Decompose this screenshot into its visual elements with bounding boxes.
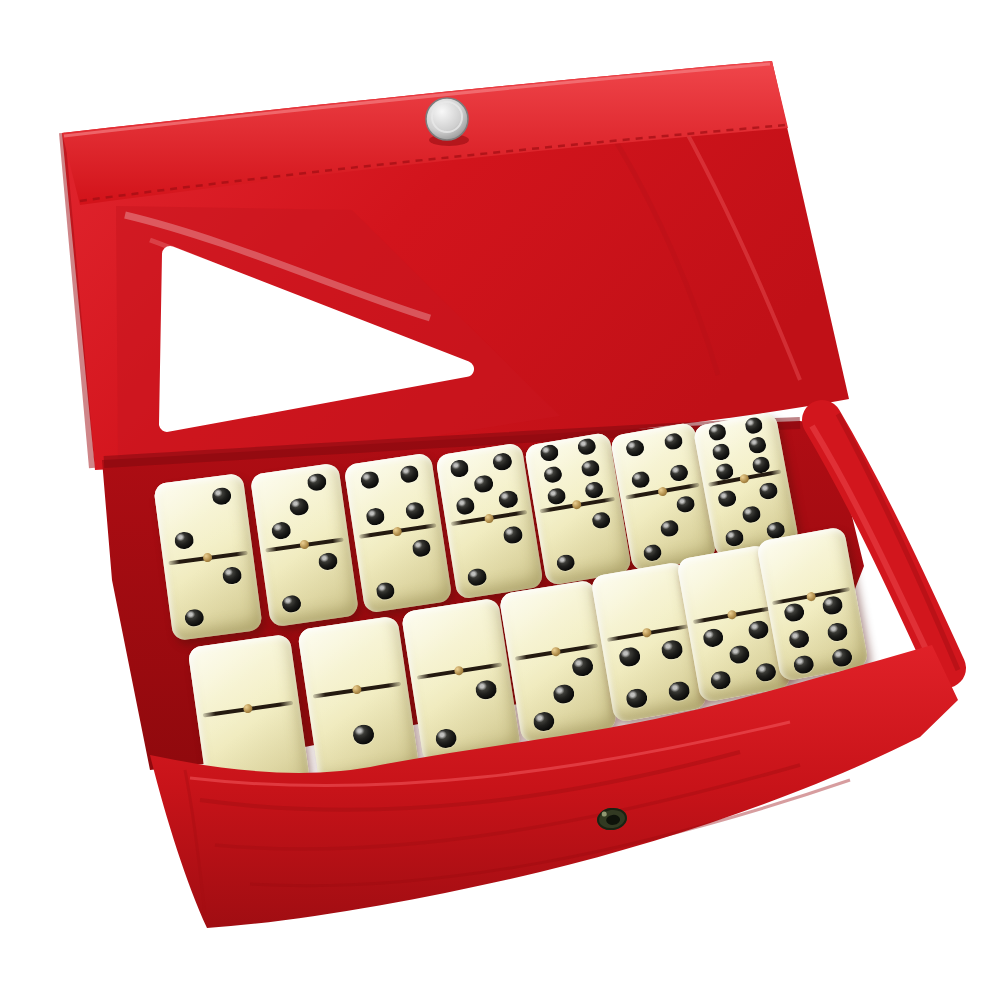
- pip: [755, 662, 778, 683]
- pip: [455, 496, 476, 515]
- tile-half-top: [250, 463, 349, 551]
- pip: [449, 459, 470, 478]
- pip: [728, 644, 751, 665]
- pip: [744, 416, 764, 435]
- pip: [747, 619, 770, 640]
- pip: [787, 628, 810, 649]
- tile-half-bottom: [197, 702, 312, 806]
- pip: [747, 436, 767, 455]
- pip: [625, 687, 648, 709]
- pip: [661, 639, 684, 661]
- pip: [669, 463, 690, 482]
- pip: [642, 543, 663, 562]
- pip: [498, 489, 519, 508]
- tile-half-bottom: [260, 539, 359, 628]
- pip: [570, 656, 594, 678]
- pip: [532, 710, 556, 732]
- tile-half-bottom: [164, 552, 263, 641]
- pip: [709, 670, 732, 691]
- pip: [659, 519, 680, 538]
- pip: [270, 521, 291, 541]
- pip: [543, 466, 563, 485]
- pip: [707, 423, 727, 442]
- domino-front-1[interactable]: [187, 634, 311, 807]
- pip: [405, 501, 426, 520]
- pip: [307, 473, 328, 493]
- pip: [556, 554, 576, 573]
- pip: [580, 459, 600, 478]
- pip: [577, 438, 597, 457]
- pip: [502, 525, 523, 544]
- tile-half-bottom: [767, 588, 869, 682]
- tile-half-bottom: [446, 511, 544, 600]
- pip: [783, 602, 806, 623]
- pip: [281, 595, 302, 615]
- pip: [434, 727, 458, 749]
- domino-tray-tiles: [0, 0, 1000, 985]
- domino-front-2[interactable]: [297, 615, 420, 785]
- pip: [724, 529, 744, 548]
- pip: [618, 646, 641, 668]
- pip: [758, 482, 778, 501]
- pip: [625, 439, 646, 458]
- pip: [365, 507, 386, 526]
- pip: [551, 683, 575, 705]
- domino-case-photo: [0, 0, 1000, 985]
- pip: [318, 552, 339, 572]
- pip: [351, 723, 375, 745]
- pip: [411, 538, 432, 557]
- pip: [173, 530, 194, 549]
- pip: [717, 489, 737, 508]
- pip: [359, 470, 380, 489]
- pip: [584, 481, 604, 500]
- pip: [663, 432, 684, 451]
- pip: [547, 487, 567, 506]
- pip: [792, 654, 815, 675]
- pip: [630, 470, 651, 489]
- tile-half-top: [153, 473, 253, 564]
- pip: [741, 505, 761, 524]
- pip: [821, 595, 844, 616]
- pip: [702, 627, 725, 648]
- pip: [399, 464, 420, 483]
- domino-back-1[interactable]: [153, 473, 263, 641]
- tile-half-bottom: [509, 644, 617, 743]
- pip: [211, 487, 232, 506]
- pip: [675, 495, 696, 514]
- pip: [474, 679, 498, 701]
- pip: [711, 443, 731, 462]
- pip: [591, 511, 611, 530]
- pip: [831, 646, 854, 667]
- tile-half-bottom: [411, 664, 521, 765]
- pip: [184, 608, 205, 627]
- pip: [668, 680, 691, 702]
- tile-half-bottom: [354, 525, 452, 614]
- pip: [473, 474, 494, 493]
- domino-back-3[interactable]: [343, 452, 452, 613]
- tile-half-bottom: [307, 683, 420, 786]
- pip: [539, 444, 559, 463]
- pip: [467, 567, 488, 586]
- pip: [289, 497, 310, 517]
- pip: [222, 566, 243, 585]
- pip: [375, 581, 396, 600]
- pip: [492, 452, 513, 471]
- pip: [826, 621, 849, 642]
- domino-back-2[interactable]: [250, 463, 360, 628]
